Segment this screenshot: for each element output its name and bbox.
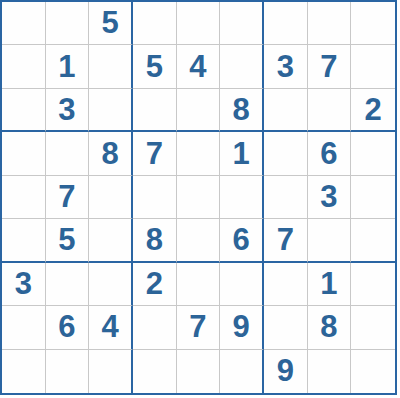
cell-r2c2: 1	[46, 45, 90, 88]
cell-r2c7: 3	[264, 45, 308, 88]
cell-r8c9[interactable]	[351, 306, 395, 349]
cell-r5c3[interactable]	[89, 176, 133, 219]
cell-r8c1[interactable]	[2, 306, 46, 349]
cell-r7c6[interactable]	[220, 263, 264, 306]
cell-r9c9[interactable]	[351, 350, 395, 393]
cell-r3c6: 8	[220, 89, 264, 132]
cell-r5c8: 3	[308, 176, 352, 219]
sudoku-board: 5154373828716735867321647989	[0, 0, 397, 395]
cell-r9c6[interactable]	[220, 350, 264, 393]
cell-r4c1[interactable]	[2, 132, 46, 175]
cell-r2c4: 5	[133, 45, 177, 88]
cell-r4c7[interactable]	[264, 132, 308, 175]
cell-r8c6: 9	[220, 306, 264, 349]
cell-r3c1[interactable]	[2, 89, 46, 132]
cell-r8c7[interactable]	[264, 306, 308, 349]
cell-r6c9[interactable]	[351, 219, 395, 262]
cell-r1c8[interactable]	[308, 2, 352, 45]
cell-r1c3: 5	[89, 2, 133, 45]
cell-r7c8: 1	[308, 263, 352, 306]
cell-r7c5[interactable]	[177, 263, 221, 306]
cell-r9c5[interactable]	[177, 350, 221, 393]
cell-r9c4[interactable]	[133, 350, 177, 393]
cell-r8c3: 4	[89, 306, 133, 349]
cell-r5c4[interactable]	[133, 176, 177, 219]
cell-r6c3[interactable]	[89, 219, 133, 262]
cell-r5c9[interactable]	[351, 176, 395, 219]
cell-r4c6: 1	[220, 132, 264, 175]
cell-r9c1[interactable]	[2, 350, 46, 393]
cell-r3c2: 3	[46, 89, 90, 132]
cell-r5c2: 7	[46, 176, 90, 219]
cell-r6c6: 6	[220, 219, 264, 262]
cell-r3c8[interactable]	[308, 89, 352, 132]
cell-r4c8: 6	[308, 132, 352, 175]
cell-r7c7[interactable]	[264, 263, 308, 306]
cell-r6c1[interactable]	[2, 219, 46, 262]
cell-r6c4: 8	[133, 219, 177, 262]
cell-r5c1[interactable]	[2, 176, 46, 219]
cell-r7c4: 2	[133, 263, 177, 306]
cell-r3c5[interactable]	[177, 89, 221, 132]
cell-r3c9: 2	[351, 89, 395, 132]
cell-r1c7[interactable]	[264, 2, 308, 45]
cell-r1c1[interactable]	[2, 2, 46, 45]
cell-r9c8[interactable]	[308, 350, 352, 393]
cell-r2c5: 4	[177, 45, 221, 88]
cell-r1c6[interactable]	[220, 2, 264, 45]
cell-r7c3[interactable]	[89, 263, 133, 306]
cell-r3c7[interactable]	[264, 89, 308, 132]
cell-r4c9[interactable]	[351, 132, 395, 175]
cell-r6c7: 7	[264, 219, 308, 262]
cell-r9c7: 9	[264, 350, 308, 393]
cell-r5c6[interactable]	[220, 176, 264, 219]
cell-r1c2[interactable]	[46, 2, 90, 45]
cell-r9c2[interactable]	[46, 350, 90, 393]
cell-r5c5[interactable]	[177, 176, 221, 219]
cell-r4c2[interactable]	[46, 132, 90, 175]
cell-r6c5[interactable]	[177, 219, 221, 262]
cell-r8c8: 8	[308, 306, 352, 349]
cell-r1c9[interactable]	[351, 2, 395, 45]
cell-r6c2: 5	[46, 219, 90, 262]
cell-r3c4[interactable]	[133, 89, 177, 132]
cell-r8c2: 6	[46, 306, 90, 349]
cell-r7c9[interactable]	[351, 263, 395, 306]
cell-r2c1[interactable]	[2, 45, 46, 88]
cell-r7c1: 3	[2, 263, 46, 306]
cell-r6c8[interactable]	[308, 219, 352, 262]
cell-r8c5: 7	[177, 306, 221, 349]
cell-r1c4[interactable]	[133, 2, 177, 45]
cell-r2c9[interactable]	[351, 45, 395, 88]
cell-r2c3[interactable]	[89, 45, 133, 88]
cell-r9c3[interactable]	[89, 350, 133, 393]
cell-r7c2[interactable]	[46, 263, 90, 306]
cell-r5c7[interactable]	[264, 176, 308, 219]
cell-r4c3: 8	[89, 132, 133, 175]
cell-r2c8: 7	[308, 45, 352, 88]
cell-r3c3[interactable]	[89, 89, 133, 132]
cell-r8c4[interactable]	[133, 306, 177, 349]
cell-r1c5[interactable]	[177, 2, 221, 45]
cell-r4c4: 7	[133, 132, 177, 175]
cell-r2c6[interactable]	[220, 45, 264, 88]
cell-r4c5[interactable]	[177, 132, 221, 175]
